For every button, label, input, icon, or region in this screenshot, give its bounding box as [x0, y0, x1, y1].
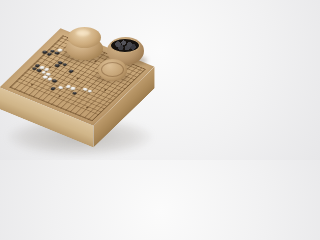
- scene: [0, 0, 160, 160]
- white-stone: [82, 87, 89, 91]
- hoshi-point: [104, 89, 106, 90]
- white-stone: [47, 77, 54, 81]
- black-stone: [71, 91, 78, 95]
- hoshi-point: [86, 107, 88, 108]
- hoshi-point: [59, 95, 61, 96]
- closed-stone-bowl: [66, 27, 103, 60]
- hoshi-point: [76, 78, 78, 79]
- white-stone: [42, 75, 49, 79]
- hoshi-point: [31, 84, 33, 85]
- white-stone: [70, 86, 77, 90]
- white-stone: [65, 84, 72, 88]
- black-stone: [51, 79, 58, 83]
- white-stone: [57, 86, 64, 90]
- upturned-bowl-lid: [98, 59, 127, 81]
- white-stone: [86, 89, 93, 93]
- closed-bowl-lid: [68, 27, 101, 48]
- black-stone: [50, 87, 57, 91]
- open-bowl-black-stones: [110, 38, 140, 53]
